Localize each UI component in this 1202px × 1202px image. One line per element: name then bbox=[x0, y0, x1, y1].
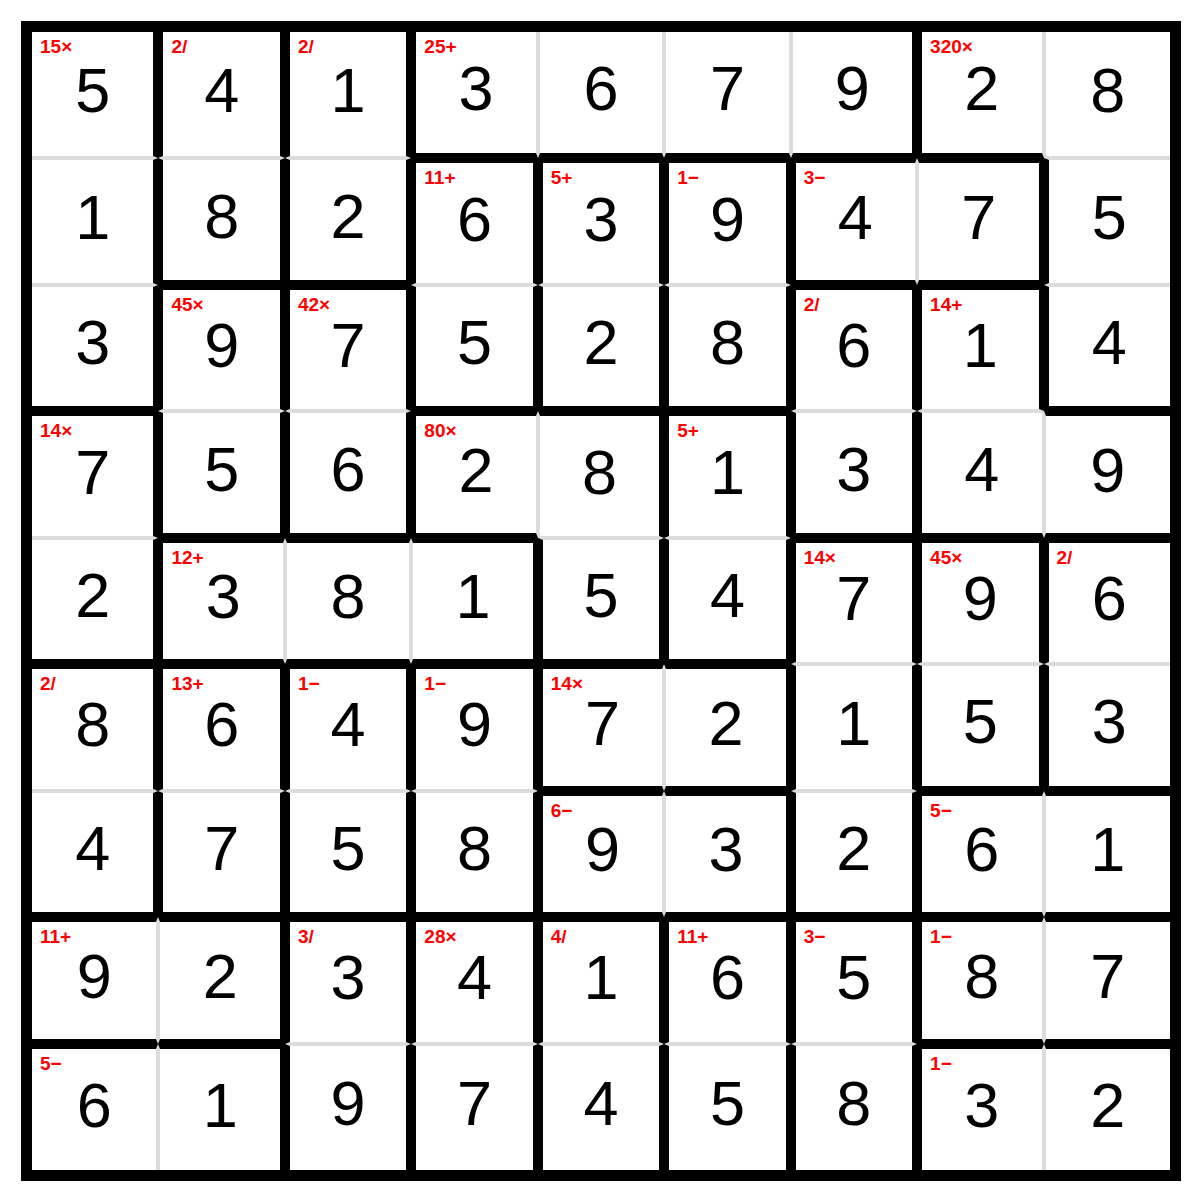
cell-value: 6 bbox=[457, 188, 492, 251]
cell-r9c2[interactable]: 1 bbox=[158, 1044, 284, 1170]
cell-value: 7 bbox=[457, 1072, 492, 1135]
cell-r9c4[interactable]: 7 bbox=[411, 1044, 537, 1170]
cell-value: 4 bbox=[331, 693, 366, 756]
cell-value: 7 bbox=[710, 57, 745, 120]
cell-r9c5[interactable]: 4 bbox=[538, 1044, 664, 1170]
cell-r2c1[interactable]: 1 bbox=[32, 158, 158, 284]
cell-r5c7[interactable]: 14×7 bbox=[791, 538, 917, 664]
cell-r6c9[interactable]: 3 bbox=[1044, 664, 1170, 790]
cell-value: 9 bbox=[204, 314, 239, 377]
cell-value: 2 bbox=[459, 439, 494, 502]
cell-r8c7[interactable]: 3−5 bbox=[791, 917, 917, 1043]
cell-value: 7 bbox=[75, 441, 110, 504]
cell-value: 5 bbox=[583, 564, 618, 627]
cell-value: 8 bbox=[710, 311, 745, 374]
cell-r1c6[interactable]: 7 bbox=[664, 32, 790, 158]
cell-r3c8[interactable]: 14+1 bbox=[917, 285, 1043, 411]
cage-label: 12+ bbox=[171, 548, 203, 569]
cell-value: 2 bbox=[331, 185, 366, 248]
cage-label: 4/ bbox=[551, 927, 567, 948]
cell-r2c3[interactable]: 2 bbox=[285, 158, 411, 284]
cell-r3c6[interactable]: 8 bbox=[664, 285, 790, 411]
cage-label: 5− bbox=[930, 801, 952, 822]
cell-value: 9 bbox=[1090, 439, 1125, 502]
cage-label: 14× bbox=[551, 674, 583, 695]
cell-r2c9[interactable]: 5 bbox=[1044, 158, 1170, 284]
cell-value: 8 bbox=[836, 1072, 871, 1135]
cell-r8c5[interactable]: 4/1 bbox=[538, 917, 664, 1043]
cage-label: 14+ bbox=[930, 295, 962, 316]
cell-value: 9 bbox=[585, 818, 620, 881]
cell-r3c7[interactable]: 2/6 bbox=[791, 285, 917, 411]
cell-value: 3 bbox=[708, 818, 743, 881]
cell-r8c8[interactable]: 1−8 bbox=[917, 917, 1043, 1043]
cell-value: 6 bbox=[77, 1074, 112, 1137]
cell-r5c2[interactable]: 12+3 bbox=[158, 538, 284, 664]
cell-r6c4[interactable]: 1−9 bbox=[411, 664, 537, 790]
kenken-puzzle-page: 15×52/42/125+3679320×2818211+65+31−93−47… bbox=[0, 0, 1202, 1202]
cell-value: 3 bbox=[836, 438, 871, 501]
cell-value: 1 bbox=[331, 59, 366, 122]
cell-value: 4 bbox=[583, 1072, 618, 1135]
cage-label: 13+ bbox=[171, 674, 203, 695]
cell-value: 2 bbox=[583, 311, 618, 374]
cage-label: 45× bbox=[930, 548, 962, 569]
cell-value: 1 bbox=[963, 314, 998, 377]
cell-r9c6[interactable]: 5 bbox=[664, 1044, 790, 1170]
cell-r6c2[interactable]: 13+6 bbox=[158, 664, 284, 790]
cell-value: 3 bbox=[459, 57, 494, 120]
cell-r3c9[interactable]: 4 bbox=[1044, 285, 1170, 411]
cell-r7c8[interactable]: 5−6 bbox=[917, 791, 1043, 917]
cell-r9c9[interactable]: 2 bbox=[1044, 1044, 1170, 1170]
cell-value: 5 bbox=[836, 946, 871, 1009]
cell-value: 4 bbox=[204, 59, 239, 122]
cell-r9c7[interactable]: 8 bbox=[791, 1044, 917, 1170]
cell-r8c6[interactable]: 11+6 bbox=[664, 917, 790, 1043]
cell-r7c7[interactable]: 2 bbox=[791, 791, 917, 917]
cell-r8c3[interactable]: 3/3 bbox=[285, 917, 411, 1043]
cell-r4c8[interactable]: 4 bbox=[917, 411, 1043, 537]
cell-value: 3 bbox=[1092, 690, 1127, 753]
cell-value: 8 bbox=[204, 185, 239, 248]
cell-value: 5 bbox=[457, 311, 492, 374]
cell-value: 2 bbox=[708, 692, 743, 755]
cell-r4c4[interactable]: 80×2 bbox=[411, 411, 537, 537]
cage-label: 28× bbox=[424, 927, 456, 948]
cell-value: 4 bbox=[838, 186, 873, 249]
cage-label: 14× bbox=[40, 421, 72, 442]
cell-value: 4 bbox=[710, 564, 745, 627]
cell-value: 9 bbox=[331, 1072, 366, 1135]
cell-value: 7 bbox=[836, 567, 871, 630]
cage-label: 25+ bbox=[424, 37, 456, 58]
cell-r7c9[interactable]: 1 bbox=[1044, 791, 1170, 917]
cell-value: 4 bbox=[1092, 311, 1127, 374]
cage-label: 5− bbox=[40, 1054, 62, 1075]
cage-label: 1− bbox=[930, 1054, 952, 1075]
cage-label: 11+ bbox=[424, 168, 455, 189]
cell-value: 7 bbox=[331, 314, 366, 377]
cell-value: 8 bbox=[1090, 59, 1125, 122]
cell-value: 1 bbox=[1090, 818, 1125, 881]
cell-r3c2[interactable]: 45×9 bbox=[158, 285, 284, 411]
cell-r2c4[interactable]: 11+6 bbox=[411, 158, 537, 284]
cell-r1c3[interactable]: 2/1 bbox=[285, 32, 411, 158]
cell-r8c4[interactable]: 28×4 bbox=[411, 917, 537, 1043]
cell-r1c4[interactable]: 25+3 bbox=[411, 32, 537, 158]
cell-r5c6[interactable]: 4 bbox=[664, 538, 790, 664]
cell-r1c1[interactable]: 15×5 bbox=[32, 32, 158, 158]
cell-r8c1[interactable]: 11+9 bbox=[32, 917, 158, 1043]
cell-r4c5[interactable]: 8 bbox=[538, 411, 664, 537]
cell-r4c9[interactable]: 9 bbox=[1044, 411, 1170, 537]
cell-r9c3[interactable]: 9 bbox=[285, 1044, 411, 1170]
cell-value: 6 bbox=[710, 946, 745, 1009]
cell-value: 2 bbox=[964, 57, 999, 120]
cell-r8c9[interactable]: 7 bbox=[1044, 917, 1170, 1043]
cell-r2c7[interactable]: 3−4 bbox=[791, 158, 917, 284]
cage-label: 1− bbox=[424, 674, 446, 695]
kenken-board: 15×52/42/125+3679320×2818211+65+31−93−47… bbox=[21, 21, 1181, 1181]
cell-r1c9[interactable]: 8 bbox=[1044, 32, 1170, 158]
cell-r5c1[interactable]: 2 bbox=[32, 538, 158, 664]
cage-label: 11+ bbox=[40, 927, 71, 948]
cage-label: 80× bbox=[424, 421, 456, 442]
cell-r6c3[interactable]: 1−4 bbox=[285, 664, 411, 790]
cell-value: 3 bbox=[206, 565, 241, 628]
cage-label: 11+ bbox=[677, 927, 708, 948]
cell-r6c5[interactable]: 14×7 bbox=[538, 664, 664, 790]
cage-label: 2/ bbox=[1057, 548, 1073, 569]
cage-label: 2/ bbox=[298, 37, 314, 58]
cell-value: 5 bbox=[710, 1072, 745, 1135]
cell-r2c5[interactable]: 5+3 bbox=[538, 158, 664, 284]
cell-value: 4 bbox=[964, 438, 999, 501]
cell-r6c7[interactable]: 1 bbox=[791, 664, 917, 790]
cage-label: 1− bbox=[298, 674, 320, 695]
cell-value: 6 bbox=[964, 818, 999, 881]
cell-value: 3 bbox=[964, 1074, 999, 1137]
cell-r5c9[interactable]: 2/6 bbox=[1044, 538, 1170, 664]
cell-r4c3[interactable]: 6 bbox=[285, 411, 411, 537]
cage-label: 3/ bbox=[298, 927, 314, 948]
cage-label: 45× bbox=[171, 295, 203, 316]
cell-value: 2 bbox=[75, 564, 110, 627]
cell-r1c2[interactable]: 2/4 bbox=[158, 32, 284, 158]
cell-r4c1[interactable]: 14×7 bbox=[32, 411, 158, 537]
cell-r1c7[interactable]: 9 bbox=[791, 32, 917, 158]
cell-value: 1 bbox=[836, 692, 871, 755]
cell-value: 8 bbox=[331, 565, 366, 628]
cell-r5c3[interactable]: 8 bbox=[285, 538, 411, 664]
cell-value: 1 bbox=[710, 441, 745, 504]
cell-value: 5 bbox=[963, 690, 998, 753]
cage-label: 3− bbox=[804, 168, 826, 189]
cell-value: 8 bbox=[582, 441, 617, 504]
cell-value: 9 bbox=[835, 57, 870, 120]
cell-r6c1[interactable]: 2/8 bbox=[32, 664, 158, 790]
cell-value: 6 bbox=[583, 57, 618, 120]
cell-r7c5[interactable]: 6−9 bbox=[538, 791, 664, 917]
cell-value: 6 bbox=[204, 693, 239, 756]
cell-value: 5 bbox=[331, 817, 366, 880]
cell-r3c1[interactable]: 3 bbox=[32, 285, 158, 411]
cell-value: 9 bbox=[963, 567, 998, 630]
cell-r4c2[interactable]: 5 bbox=[158, 411, 284, 537]
cell-r3c3[interactable]: 42×7 bbox=[285, 285, 411, 411]
cell-value: 8 bbox=[457, 817, 492, 880]
cell-value: 1 bbox=[456, 565, 491, 628]
cage-label: 15× bbox=[40, 37, 72, 58]
cell-r6c6[interactable]: 2 bbox=[664, 664, 790, 790]
cell-value: 2 bbox=[1090, 1074, 1125, 1137]
cell-value: 5 bbox=[204, 438, 239, 501]
cage-label: 3− bbox=[804, 927, 826, 948]
cage-label: 5+ bbox=[677, 421, 699, 442]
cell-r2c8[interactable]: 7 bbox=[917, 158, 1043, 284]
cell-value: 6 bbox=[331, 438, 366, 501]
cage-label: 5+ bbox=[551, 168, 573, 189]
cage-label: 2/ bbox=[171, 37, 187, 58]
cell-r7c6[interactable]: 3 bbox=[664, 791, 790, 917]
cell-r2c6[interactable]: 1−9 bbox=[664, 158, 790, 284]
cell-value: 7 bbox=[585, 692, 620, 755]
cell-r3c5[interactable]: 2 bbox=[538, 285, 664, 411]
cell-value: 1 bbox=[75, 186, 110, 249]
cage-label: 2/ bbox=[40, 674, 56, 695]
cell-r7c1[interactable]: 4 bbox=[32, 791, 158, 917]
cell-r1c8[interactable]: 320×2 bbox=[917, 32, 1043, 158]
cage-label: 42× bbox=[298, 295, 330, 316]
cell-value: 2 bbox=[203, 945, 238, 1008]
cell-r3c4[interactable]: 5 bbox=[411, 285, 537, 411]
cell-value: 7 bbox=[961, 186, 996, 249]
cell-value: 8 bbox=[75, 693, 110, 756]
cage-label: 14× bbox=[804, 548, 836, 569]
cell-value: 3 bbox=[583, 188, 618, 251]
cell-r4c7[interactable]: 3 bbox=[791, 411, 917, 537]
cell-value: 3 bbox=[331, 946, 366, 1009]
cell-value: 6 bbox=[1092, 567, 1127, 630]
cell-value: 4 bbox=[457, 946, 492, 1009]
cell-r5c8[interactable]: 45×9 bbox=[917, 538, 1043, 664]
cell-r6c8[interactable]: 5 bbox=[917, 664, 1043, 790]
cell-value: 9 bbox=[77, 945, 112, 1008]
cell-value: 7 bbox=[1090, 945, 1125, 1008]
cell-r5c5[interactable]: 5 bbox=[538, 538, 664, 664]
cell-value: 9 bbox=[710, 188, 745, 251]
cell-r1c5[interactable]: 6 bbox=[538, 32, 664, 158]
cage-label: 1− bbox=[930, 927, 952, 948]
cell-r9c8[interactable]: 1−3 bbox=[917, 1044, 1043, 1170]
cell-value: 1 bbox=[203, 1074, 238, 1137]
cage-label: 2/ bbox=[804, 295, 820, 316]
cell-r7c2[interactable]: 7 bbox=[158, 791, 284, 917]
cell-value: 1 bbox=[583, 946, 618, 1009]
cell-value: 9 bbox=[457, 693, 492, 756]
cage-label: 1− bbox=[677, 168, 699, 189]
cell-value: 4 bbox=[75, 817, 110, 880]
cell-value: 5 bbox=[75, 59, 110, 122]
cell-value: 5 bbox=[1092, 186, 1127, 249]
cell-value: 6 bbox=[836, 314, 871, 377]
cell-r2c2[interactable]: 8 bbox=[158, 158, 284, 284]
cell-r7c3[interactable]: 5 bbox=[285, 791, 411, 917]
cell-r9c1[interactable]: 5−6 bbox=[32, 1044, 158, 1170]
cell-value: 2 bbox=[836, 817, 871, 880]
cage-label: 6− bbox=[551, 801, 573, 822]
cell-value: 7 bbox=[204, 817, 239, 880]
cell-r5c4[interactable]: 1 bbox=[411, 538, 537, 664]
cell-r8c2[interactable]: 2 bbox=[158, 917, 284, 1043]
cell-value: 3 bbox=[75, 311, 110, 374]
cell-r7c4[interactable]: 8 bbox=[411, 791, 537, 917]
cell-r4c6[interactable]: 5+1 bbox=[664, 411, 790, 537]
cell-value: 8 bbox=[964, 945, 999, 1008]
